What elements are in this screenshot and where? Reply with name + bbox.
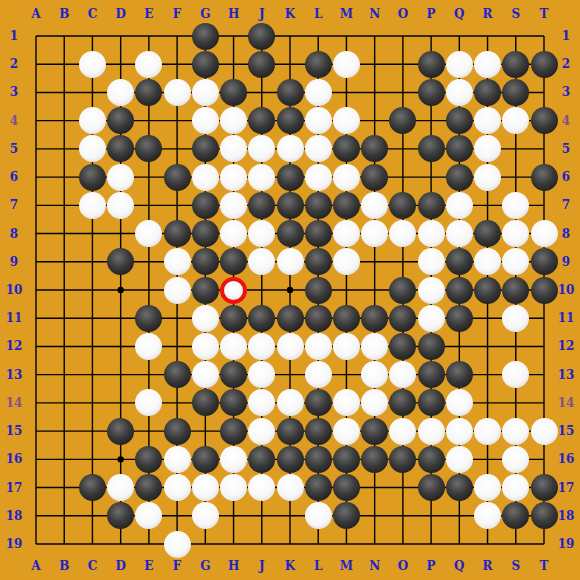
- row-label-right-8: 8: [552, 228, 580, 240]
- stone-black-O10[interactable]: [389, 277, 416, 304]
- column-label-top-E: E: [135, 8, 163, 20]
- row-label-left-2: 2: [0, 58, 28, 70]
- stone-black-G2[interactable]: [192, 51, 219, 78]
- stone-white-G6[interactable]: [192, 164, 219, 191]
- stone-black-P13[interactable]: [418, 361, 445, 388]
- column-label-bottom-P: P: [417, 560, 445, 572]
- row-label-right-15: 15: [552, 425, 580, 437]
- stone-black-N11[interactable]: [361, 305, 388, 332]
- stone-black-Q17[interactable]: [446, 474, 473, 501]
- stone-white-H6[interactable]: [220, 164, 247, 191]
- column-label-bottom-M: M: [332, 560, 360, 572]
- row-label-right-10: 10: [552, 284, 580, 296]
- stone-white-G12[interactable]: [192, 333, 219, 360]
- stone-white-R15[interactable]: [474, 418, 501, 445]
- column-label-bottom-C: C: [78, 560, 106, 572]
- stone-white-G3[interactable]: [192, 79, 219, 106]
- stone-black-N15[interactable]: [361, 418, 388, 445]
- stone-white-S15[interactable]: [502, 418, 529, 445]
- stone-black-P3[interactable]: [418, 79, 445, 106]
- stone-black-P17[interactable]: [418, 474, 445, 501]
- column-label-top-A: A: [22, 8, 50, 20]
- stone-black-H15[interactable]: [220, 418, 247, 445]
- stone-black-J2[interactable]: [248, 51, 275, 78]
- stone-white-H17[interactable]: [220, 474, 247, 501]
- row-label-right-14: 14: [552, 397, 580, 409]
- stone-white-L4[interactable]: [305, 107, 332, 134]
- stone-white-Q3[interactable]: [446, 79, 473, 106]
- stone-white-K17[interactable]: [277, 474, 304, 501]
- column-label-bottom-J: J: [248, 560, 276, 572]
- row-label-right-2: 2: [552, 58, 580, 70]
- column-label-top-F: F: [163, 8, 191, 20]
- stone-white-L13[interactable]: [305, 361, 332, 388]
- stone-white-C2[interactable]: [79, 51, 106, 78]
- stone-white-R2[interactable]: [474, 51, 501, 78]
- stone-white-G13[interactable]: [192, 361, 219, 388]
- stone-black-L15[interactable]: [305, 418, 332, 445]
- stone-white-M8[interactable]: [333, 220, 360, 247]
- stone-black-L16[interactable]: [305, 446, 332, 473]
- column-label-top-H: H: [220, 8, 248, 20]
- stone-black-Q10[interactable]: [446, 277, 473, 304]
- stone-black-S10[interactable]: [502, 277, 529, 304]
- row-label-left-7: 7: [0, 199, 28, 211]
- row-label-left-3: 3: [0, 86, 28, 98]
- row-label-right-11: 11: [552, 312, 580, 324]
- stone-black-M18[interactable]: [333, 502, 360, 529]
- column-label-bottom-N: N: [361, 560, 389, 572]
- row-label-left-6: 6: [0, 171, 28, 183]
- stone-black-F6[interactable]: [164, 164, 191, 191]
- stone-black-K8[interactable]: [277, 220, 304, 247]
- column-label-bottom-G: G: [191, 560, 219, 572]
- stone-white-G4[interactable]: [192, 107, 219, 134]
- column-label-bottom-A: A: [22, 560, 50, 572]
- stone-black-K16[interactable]: [277, 446, 304, 473]
- stone-white-K12[interactable]: [277, 333, 304, 360]
- stone-white-H7[interactable]: [220, 192, 247, 219]
- column-label-bottom-T: T: [530, 560, 558, 572]
- stone-black-P14[interactable]: [418, 389, 445, 416]
- stone-white-H4[interactable]: [220, 107, 247, 134]
- row-label-right-7: 7: [552, 199, 580, 211]
- row-label-left-4: 4: [0, 115, 28, 127]
- stone-white-C4[interactable]: [79, 107, 106, 134]
- stone-white-M15[interactable]: [333, 418, 360, 445]
- stone-black-R10[interactable]: [474, 277, 501, 304]
- column-label-bottom-R: R: [474, 560, 502, 572]
- stone-white-R6[interactable]: [474, 164, 501, 191]
- stone-black-Q9[interactable]: [446, 248, 473, 275]
- column-label-top-S: S: [502, 8, 530, 20]
- stone-black-P5[interactable]: [418, 135, 445, 162]
- row-label-left-9: 9: [0, 256, 28, 268]
- stone-black-G5[interactable]: [192, 135, 219, 162]
- stone-white-D17[interactable]: [107, 474, 134, 501]
- row-label-right-9: 9: [552, 256, 580, 268]
- stone-black-J11[interactable]: [248, 305, 275, 332]
- stone-white-S16[interactable]: [502, 446, 529, 473]
- row-label-right-17: 17: [552, 482, 580, 494]
- stone-white-F16[interactable]: [164, 446, 191, 473]
- stone-white-Q14[interactable]: [446, 389, 473, 416]
- column-label-top-P: P: [417, 8, 445, 20]
- column-label-top-T: T: [530, 8, 558, 20]
- stone-white-J15[interactable]: [248, 418, 275, 445]
- stone-white-G11[interactable]: [192, 305, 219, 332]
- stone-black-J1[interactable]: [248, 23, 275, 50]
- row-label-left-12: 12: [0, 340, 28, 352]
- stone-black-C6[interactable]: [79, 164, 106, 191]
- row-label-right-16: 16: [552, 453, 580, 465]
- stone-black-K6[interactable]: [277, 164, 304, 191]
- stone-black-G8[interactable]: [192, 220, 219, 247]
- stone-white-L5[interactable]: [305, 135, 332, 162]
- row-label-right-5: 5: [552, 143, 580, 155]
- column-label-bottom-E: E: [135, 560, 163, 572]
- stone-white-Q15[interactable]: [446, 418, 473, 445]
- stone-white-R17[interactable]: [474, 474, 501, 501]
- column-label-top-L: L: [304, 8, 332, 20]
- stone-black-P12[interactable]: [418, 333, 445, 360]
- row-label-right-3: 3: [552, 86, 580, 98]
- column-label-top-G: G: [191, 8, 219, 20]
- stone-white-S7[interactable]: [502, 192, 529, 219]
- stone-black-C17[interactable]: [79, 474, 106, 501]
- stone-black-H11[interactable]: [220, 305, 247, 332]
- stone-black-O11[interactable]: [389, 305, 416, 332]
- stone-black-P2[interactable]: [418, 51, 445, 78]
- stone-white-F3[interactable]: [164, 79, 191, 106]
- column-label-bottom-B: B: [50, 560, 78, 572]
- stone-black-S2[interactable]: [502, 51, 529, 78]
- stone-white-M9[interactable]: [333, 248, 360, 275]
- column-label-top-D: D: [107, 8, 135, 20]
- stone-white-C7[interactable]: [79, 192, 106, 219]
- stone-white-L6[interactable]: [305, 164, 332, 191]
- stone-black-K3[interactable]: [277, 79, 304, 106]
- stone-white-R4[interactable]: [474, 107, 501, 134]
- stone-black-H3[interactable]: [220, 79, 247, 106]
- stone-white-F10[interactable]: [164, 277, 191, 304]
- column-label-top-B: B: [50, 8, 78, 20]
- stone-white-M4[interactable]: [333, 107, 360, 134]
- stone-black-N6[interactable]: [361, 164, 388, 191]
- stone-black-Q6[interactable]: [446, 164, 473, 191]
- stone-white-N8[interactable]: [361, 220, 388, 247]
- row-label-left-5: 5: [0, 143, 28, 155]
- stone-black-G9[interactable]: [192, 248, 219, 275]
- stone-black-E11[interactable]: [135, 305, 162, 332]
- stone-black-Q13[interactable]: [446, 361, 473, 388]
- stone-white-L12[interactable]: [305, 333, 332, 360]
- stone-black-L8[interactable]: [305, 220, 332, 247]
- stone-white-N7[interactable]: [361, 192, 388, 219]
- column-label-bottom-S: S: [502, 560, 530, 572]
- column-label-bottom-H: H: [220, 560, 248, 572]
- column-label-top-N: N: [361, 8, 389, 20]
- column-label-bottom-L: L: [304, 560, 332, 572]
- stone-black-L17[interactable]: [305, 474, 332, 501]
- row-label-right-12: 12: [552, 340, 580, 352]
- stone-black-R3[interactable]: [474, 79, 501, 106]
- row-label-left-1: 1: [0, 30, 28, 42]
- row-label-left-18: 18: [0, 510, 28, 522]
- column-label-top-C: C: [78, 8, 106, 20]
- stone-black-R8[interactable]: [474, 220, 501, 247]
- column-label-top-M: M: [332, 8, 360, 20]
- stone-black-G16[interactable]: [192, 446, 219, 473]
- stone-black-L11[interactable]: [305, 305, 332, 332]
- column-label-top-J: J: [248, 8, 276, 20]
- stone-white-J12[interactable]: [248, 333, 275, 360]
- stone-white-K5[interactable]: [277, 135, 304, 162]
- stone-black-E16[interactable]: [135, 446, 162, 473]
- row-label-left-16: 16: [0, 453, 28, 465]
- stone-white-M6[interactable]: [333, 164, 360, 191]
- stone-black-L9[interactable]: [305, 248, 332, 275]
- stone-white-D7[interactable]: [107, 192, 134, 219]
- stone-white-H12[interactable]: [220, 333, 247, 360]
- column-label-bottom-Q: Q: [445, 560, 473, 572]
- stone-white-P9[interactable]: [418, 248, 445, 275]
- stone-white-J6[interactable]: [248, 164, 275, 191]
- stone-black-G14[interactable]: [192, 389, 219, 416]
- stone-white-P8[interactable]: [418, 220, 445, 247]
- stone-black-F8[interactable]: [164, 220, 191, 247]
- stone-black-G1[interactable]: [192, 23, 219, 50]
- stone-white-G17[interactable]: [192, 474, 219, 501]
- stone-white-F9[interactable]: [164, 248, 191, 275]
- column-label-bottom-K: K: [276, 560, 304, 572]
- row-label-left-15: 15: [0, 425, 28, 437]
- stone-white-D3[interactable]: [107, 79, 134, 106]
- stone-black-M16[interactable]: [333, 446, 360, 473]
- row-label-right-6: 6: [552, 171, 580, 183]
- stone-white-Q7[interactable]: [446, 192, 473, 219]
- stone-black-N16[interactable]: [361, 446, 388, 473]
- stone-black-J7[interactable]: [248, 192, 275, 219]
- stone-white-Q16[interactable]: [446, 446, 473, 473]
- stone-black-J16[interactable]: [248, 446, 275, 473]
- stone-white-L3[interactable]: [305, 79, 332, 106]
- stone-white-P10[interactable]: [418, 277, 445, 304]
- stone-white-O15[interactable]: [389, 418, 416, 445]
- stone-white-F19[interactable]: [164, 531, 191, 558]
- row-label-left-19: 19: [0, 538, 28, 550]
- stone-black-L2[interactable]: [305, 51, 332, 78]
- stone-black-F13[interactable]: [164, 361, 191, 388]
- stone-black-Q4[interactable]: [446, 107, 473, 134]
- column-label-bottom-F: F: [163, 560, 191, 572]
- stone-black-L10[interactable]: [305, 277, 332, 304]
- stone-black-L7[interactable]: [305, 192, 332, 219]
- stone-white-M12[interactable]: [333, 333, 360, 360]
- stone-white-M2[interactable]: [333, 51, 360, 78]
- go-board[interactable]: [0, 0, 580, 580]
- go-board-app: AABBCCDDEEFFGGHHJJKKLLMMNNOOPPQQRRSSTT11…: [0, 0, 580, 580]
- column-label-bottom-D: D: [107, 560, 135, 572]
- stone-white-P11[interactable]: [418, 305, 445, 332]
- stone-black-P16[interactable]: [418, 446, 445, 473]
- stone-black-O16[interactable]: [389, 446, 416, 473]
- stone-black-M11[interactable]: [333, 305, 360, 332]
- stone-black-L14[interactable]: [305, 389, 332, 416]
- stone-white-Q2[interactable]: [446, 51, 473, 78]
- column-label-top-Q: Q: [445, 8, 473, 20]
- stone-black-O7[interactable]: [389, 192, 416, 219]
- row-label-right-1: 1: [552, 30, 580, 42]
- last-move-marker[interactable]: [220, 277, 247, 304]
- stone-white-E2[interactable]: [135, 51, 162, 78]
- stone-black-M7[interactable]: [333, 192, 360, 219]
- row-label-left-8: 8: [0, 228, 28, 240]
- stone-black-Q5[interactable]: [446, 135, 473, 162]
- stone-white-G18[interactable]: [192, 502, 219, 529]
- stone-white-K14[interactable]: [277, 389, 304, 416]
- stone-black-H13[interactable]: [220, 361, 247, 388]
- stone-black-K15[interactable]: [277, 418, 304, 445]
- stone-white-P15[interactable]: [418, 418, 445, 445]
- stone-white-D6[interactable]: [107, 164, 134, 191]
- row-label-left-13: 13: [0, 369, 28, 381]
- row-label-right-18: 18: [552, 510, 580, 522]
- stone-black-S3[interactable]: [502, 79, 529, 106]
- stone-black-G10[interactable]: [192, 277, 219, 304]
- column-label-bottom-O: O: [389, 560, 417, 572]
- stone-black-D15[interactable]: [107, 418, 134, 445]
- row-label-left-11: 11: [0, 312, 28, 324]
- stone-white-F17[interactable]: [164, 474, 191, 501]
- row-label-right-13: 13: [552, 369, 580, 381]
- row-label-left-17: 17: [0, 482, 28, 494]
- stone-white-K9[interactable]: [277, 248, 304, 275]
- stone-white-S11[interactable]: [502, 305, 529, 332]
- stone-black-K4[interactable]: [277, 107, 304, 134]
- stone-white-Q8[interactable]: [446, 220, 473, 247]
- stone-black-M17[interactable]: [333, 474, 360, 501]
- column-label-top-R: R: [474, 8, 502, 20]
- column-label-top-K: K: [276, 8, 304, 20]
- row-label-right-19: 19: [552, 538, 580, 550]
- row-label-right-4: 4: [552, 115, 580, 127]
- stone-white-N12[interactable]: [361, 333, 388, 360]
- row-label-left-14: 14: [0, 397, 28, 409]
- stone-white-L18[interactable]: [305, 502, 332, 529]
- stone-white-H8[interactable]: [220, 220, 247, 247]
- stone-black-G7[interactable]: [192, 192, 219, 219]
- stone-black-Q11[interactable]: [446, 305, 473, 332]
- stone-black-F15[interactable]: [164, 418, 191, 445]
- stone-black-K7[interactable]: [277, 192, 304, 219]
- stone-white-H16[interactable]: [220, 446, 247, 473]
- stone-black-K11[interactable]: [277, 305, 304, 332]
- row-label-left-10: 10: [0, 284, 28, 296]
- column-label-top-O: O: [389, 8, 417, 20]
- stone-black-P7[interactable]: [418, 192, 445, 219]
